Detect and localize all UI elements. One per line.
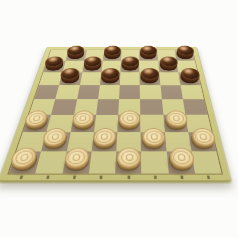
square-h5[interactable] — [180, 85, 204, 99]
board-perspective-wrap — [23, 9, 215, 191]
light-piece[interactable] — [189, 133, 214, 150]
square-h4[interactable] — [183, 99, 208, 115]
coordinate-mark — [100, 175, 103, 178]
light-piece[interactable] — [93, 133, 116, 150]
dark-piece[interactable] — [104, 51, 121, 61]
square-d4[interactable] — [96, 99, 119, 115]
square-g7[interactable] — [158, 61, 178, 73]
square-g5[interactable] — [160, 85, 183, 99]
square-b8[interactable] — [66, 50, 87, 61]
square-c5[interactable] — [77, 85, 100, 99]
coordinate-mark — [207, 175, 210, 178]
piece-gloss — [141, 46, 158, 56]
piece-top — [122, 56, 140, 66]
dark-piece[interactable] — [159, 61, 177, 71]
dark-piece[interactable] — [67, 51, 85, 61]
square-f4[interactable] — [140, 99, 163, 115]
light-piece[interactable] — [24, 116, 49, 132]
light-piece[interactable] — [64, 153, 90, 173]
dark-piece[interactable] — [140, 51, 157, 61]
square-c3[interactable] — [70, 115, 96, 132]
square-b5[interactable] — [55, 85, 79, 99]
board-grid — [9, 50, 222, 173]
piece-gloss — [160, 56, 179, 66]
square-d6[interactable] — [100, 72, 121, 85]
square-h6[interactable] — [178, 72, 200, 85]
square-f5[interactable] — [140, 85, 161, 99]
light-piece[interactable] — [142, 133, 165, 150]
square-d1[interactable] — [89, 152, 117, 174]
square-c7[interactable] — [82, 61, 103, 73]
square-d5[interactable] — [98, 85, 120, 99]
piece-top — [160, 56, 179, 66]
light-piece[interactable] — [72, 116, 95, 132]
square-d2[interactable] — [91, 132, 117, 151]
square-e6[interactable] — [120, 72, 140, 85]
square-b2[interactable] — [41, 132, 70, 151]
light-piece[interactable] — [164, 116, 187, 132]
piece-top — [141, 46, 158, 56]
checkers-board — [0, 47, 231, 182]
square-h2[interactable] — [188, 132, 216, 151]
square-b6[interactable] — [59, 72, 82, 85]
dark-piece[interactable] — [83, 61, 102, 71]
square-e1[interactable] — [115, 152, 142, 174]
square-f6[interactable] — [140, 72, 160, 85]
square-e3[interactable] — [117, 115, 141, 132]
piece-top — [117, 148, 141, 168]
square-g1[interactable] — [166, 152, 195, 174]
square-f1[interactable] — [141, 152, 168, 174]
light-piece[interactable] — [168, 153, 194, 173]
square-a5[interactable] — [34, 85, 59, 99]
dark-piece[interactable] — [45, 61, 65, 71]
square-a3[interactable] — [23, 115, 51, 132]
photo-background — [0, 0, 238, 238]
coordinate-mark — [46, 175, 49, 178]
square-g3[interactable] — [163, 115, 188, 132]
square-b4[interactable] — [51, 99, 76, 115]
dark-piece[interactable] — [60, 73, 80, 85]
square-d8[interactable] — [103, 50, 122, 61]
light-piece[interactable] — [43, 133, 69, 150]
square-f2[interactable] — [141, 132, 166, 151]
piece-gloss — [122, 56, 140, 66]
square-e7[interactable] — [120, 61, 139, 73]
dark-piece[interactable] — [175, 51, 193, 61]
piece-gloss — [141, 68, 160, 79]
dark-piece[interactable] — [179, 73, 199, 85]
piece-top — [165, 111, 188, 127]
piece-top — [119, 111, 141, 127]
square-f8[interactable] — [139, 50, 158, 61]
light-piece[interactable] — [119, 116, 140, 132]
piece-top — [141, 68, 160, 79]
dark-piece[interactable] — [101, 73, 120, 85]
dark-piece[interactable] — [141, 73, 159, 85]
square-h1[interactable] — [191, 152, 221, 174]
coordinate-marks — [7, 173, 224, 180]
square-c1[interactable] — [62, 152, 91, 174]
dark-piece[interactable] — [121, 61, 138, 71]
light-piece[interactable] — [117, 153, 141, 173]
coordinate-mark — [154, 175, 157, 178]
square-e5[interactable] — [119, 85, 140, 99]
square-h8[interactable] — [175, 50, 195, 61]
